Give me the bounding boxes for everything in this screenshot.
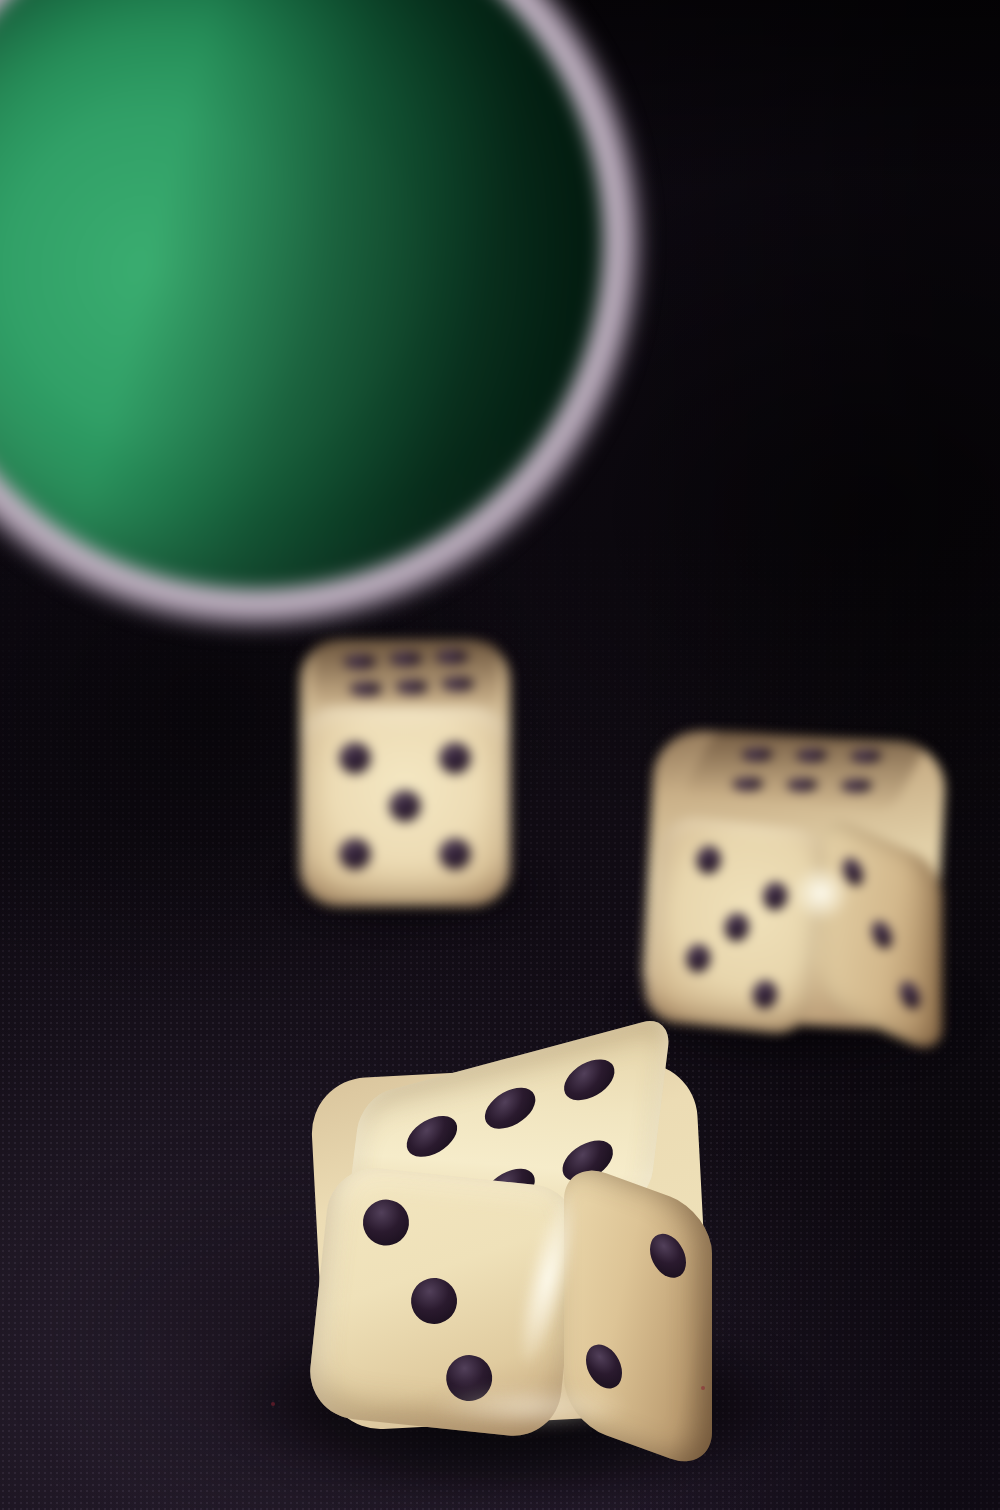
pip bbox=[751, 979, 778, 1009]
red-fiber-fleck bbox=[271, 1402, 275, 1406]
pip bbox=[784, 778, 821, 793]
die-back-right bbox=[642, 726, 948, 1042]
pip bbox=[390, 791, 421, 822]
bottom-edge-highlight bbox=[428, 1386, 632, 1428]
photo-scene bbox=[0, 0, 1000, 1510]
pip bbox=[761, 881, 788, 911]
dice-cup bbox=[0, 0, 650, 636]
specular-highlight bbox=[792, 864, 850, 922]
pip bbox=[561, 1054, 616, 1106]
pip bbox=[350, 682, 382, 696]
pip bbox=[723, 912, 750, 942]
pip bbox=[339, 839, 370, 870]
pip bbox=[436, 650, 468, 664]
pip bbox=[404, 1111, 459, 1163]
pip bbox=[440, 839, 471, 870]
die-back-left bbox=[296, 636, 516, 910]
pip bbox=[839, 779, 876, 794]
pip bbox=[848, 749, 885, 764]
pip bbox=[483, 1083, 538, 1135]
pip bbox=[650, 1228, 686, 1283]
die-back-left-top-face-6 bbox=[314, 642, 498, 704]
pip bbox=[872, 917, 892, 952]
pip bbox=[900, 978, 920, 1013]
pip bbox=[361, 1197, 412, 1248]
pip bbox=[739, 747, 776, 762]
pip bbox=[695, 845, 722, 875]
die-back-right-left-face-5 bbox=[642, 814, 829, 1036]
pip bbox=[344, 655, 376, 669]
pip bbox=[793, 748, 830, 763]
pip bbox=[339, 743, 370, 774]
pip bbox=[586, 1339, 622, 1394]
pip bbox=[440, 743, 471, 774]
pip bbox=[685, 943, 712, 973]
pip bbox=[442, 677, 474, 691]
pip bbox=[730, 776, 767, 791]
die-front-center bbox=[310, 1060, 714, 1436]
pip bbox=[390, 652, 422, 666]
pip bbox=[409, 1276, 460, 1327]
red-fiber-fleck bbox=[701, 1386, 705, 1390]
pip bbox=[396, 680, 428, 694]
die-back-left-front-face-5 bbox=[300, 706, 510, 906]
